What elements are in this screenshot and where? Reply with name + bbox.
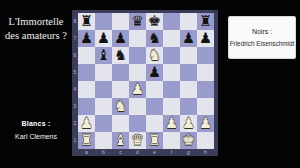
square-h8[interactable]: ♜ [197,13,214,30]
square-d2[interactable] [129,115,146,132]
square-d6[interactable] [129,47,146,64]
file-label-d: d [129,149,146,156]
black-pawn[interactable]: ♟ [114,30,127,47]
rank-label-4: 4 [72,81,78,98]
square-d7[interactable] [129,30,146,47]
black-pawn[interactable]: ♟ [97,30,110,47]
square-a4[interactable] [78,81,95,98]
square-g8[interactable] [180,13,197,30]
rank-label-8: 8 [72,13,78,30]
square-e2[interactable] [146,115,163,132]
square-f2[interactable]: ♟ [163,115,180,132]
white-knight[interactable]: ♞ [148,47,161,64]
black-player-name: Friedrich Eisenschmidt [230,40,295,47]
square-b7[interactable]: ♟ [95,30,112,47]
chess-board: 87654321 ♜♛♚♜♟♟♟♞♟♟♝♞♞♟♟♞♟♟♟♟♜♝♛♜♚ abcde… [72,10,218,156]
square-b4[interactable] [95,81,112,98]
black-rook[interactable]: ♜ [199,13,212,30]
black-queen[interactable]: ♛ [131,13,144,30]
square-c6[interactable]: ♞ [112,47,129,64]
square-f1[interactable] [163,132,180,149]
black-knight[interactable]: ♞ [148,30,161,47]
square-a7[interactable]: ♟ [78,30,95,47]
white-knight[interactable]: ♞ [114,98,127,115]
square-g5[interactable] [180,64,197,81]
white-bishop[interactable]: ♝ [114,132,127,149]
white-pawn[interactable]: ♟ [165,115,178,132]
square-d3[interactable] [129,98,146,115]
square-f4[interactable] [163,81,180,98]
square-f7[interactable] [163,30,180,47]
black-pawn[interactable]: ♟ [80,30,93,47]
white-pawn[interactable]: ♟ [131,81,144,98]
rank-label-3: 3 [72,98,78,115]
black-player-card: Noirs : Friedrich Eisenschmidt [228,16,296,59]
black-pawn[interactable]: ♟ [182,30,195,47]
rank-label-6: 6 [72,47,78,64]
rank-label-7: 7 [72,30,78,47]
white-rook[interactable]: ♜ [148,132,161,149]
square-g2[interactable]: ♟ [180,115,197,132]
square-e8[interactable]: ♚ [146,13,163,30]
square-a3[interactable] [78,98,95,115]
white-king[interactable]: ♚ [182,132,195,149]
square-g7[interactable]: ♟ [180,30,197,47]
black-knight[interactable]: ♞ [114,47,127,64]
square-h3[interactable] [197,98,214,115]
file-label-f: f [163,149,180,156]
square-h4[interactable] [197,81,214,98]
square-h6[interactable] [197,47,214,64]
rank-label-2: 2 [72,115,78,132]
square-b5[interactable] [95,64,112,81]
file-label-e: e [146,149,163,156]
board-grid: ♜♛♚♜♟♟♟♞♟♟♝♞♞♟♟♞♟♟♟♟♜♝♛♜♚ [78,13,214,149]
title-line2: des amateurs ? [0,29,72,43]
black-king[interactable]: ♚ [148,13,161,30]
black-bishop[interactable]: ♝ [97,47,110,64]
square-b1[interactable] [95,132,112,149]
square-g6[interactable] [180,47,197,64]
square-c2[interactable] [112,115,129,132]
white-pawn[interactable]: ♟ [182,115,195,132]
square-g4[interactable] [180,81,197,98]
square-d1[interactable]: ♛ [129,132,146,149]
square-f8[interactable] [163,13,180,30]
video-frame: L'Immortelle des amateurs ? 87654321 ♜♛♚… [0,0,300,168]
black-pawn[interactable]: ♟ [148,64,161,81]
square-e1[interactable]: ♜ [146,132,163,149]
square-e7[interactable]: ♞ [146,30,163,47]
square-b3[interactable] [95,98,112,115]
square-f6[interactable] [163,47,180,64]
square-c1[interactable]: ♝ [112,132,129,149]
square-b2[interactable] [95,115,112,132]
square-c3[interactable]: ♞ [112,98,129,115]
white-player-label: Blancs : [0,120,72,127]
square-h7[interactable]: ♟ [197,30,214,47]
square-a6[interactable] [78,47,95,64]
square-a5[interactable] [78,64,95,81]
black-pawn[interactable]: ♟ [199,30,212,47]
square-g3[interactable] [180,98,197,115]
page-title: L'Immortelle des amateurs ? [0,15,72,43]
square-d4[interactable]: ♟ [129,81,146,98]
rank-label-5: 5 [72,64,78,81]
square-c7[interactable]: ♟ [112,30,129,47]
square-c5[interactable] [112,64,129,81]
square-a1[interactable]: ♜ [78,132,95,149]
black-rook[interactable]: ♜ [80,13,93,30]
square-e3[interactable] [146,98,163,115]
title-line1: L'Immortelle [0,15,72,29]
square-f3[interactable] [163,98,180,115]
square-g1[interactable]: ♚ [180,132,197,149]
square-a2[interactable]: ♟ [78,115,95,132]
square-e5[interactable]: ♟ [146,64,163,81]
square-d5[interactable] [129,64,146,81]
square-c8[interactable] [112,13,129,30]
rank-label-1: 1 [72,132,78,149]
square-e6[interactable]: ♞ [146,47,163,64]
file-label-b: b [95,149,112,156]
square-h1[interactable] [197,132,214,149]
file-label-h: h [197,149,214,156]
white-pawn[interactable]: ♟ [80,115,93,132]
square-f5[interactable] [163,64,180,81]
square-b8[interactable] [95,13,112,30]
square-a8[interactable]: ♜ [78,13,95,30]
square-b6[interactable]: ♝ [95,47,112,64]
white-rook[interactable]: ♜ [80,132,93,149]
black-player-label: Noirs : [252,28,272,35]
white-pawn[interactable]: ♟ [199,115,212,132]
square-h2[interactable]: ♟ [197,115,214,132]
white-player-name: Karl Clemens [0,133,72,140]
file-label-g: g [180,149,197,156]
square-e4[interactable] [146,81,163,98]
square-c4[interactable] [112,81,129,98]
square-h5[interactable] [197,64,214,81]
file-label-c: c [112,149,129,156]
square-d8[interactable]: ♛ [129,13,146,30]
white-queen[interactable]: ♛ [131,132,144,149]
file-label-a: a [78,149,95,156]
